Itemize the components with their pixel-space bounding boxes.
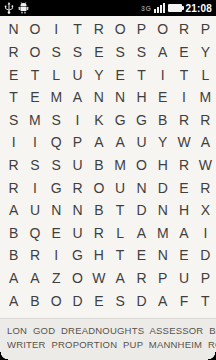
grid-cell-c2[interactable]: S [46, 41, 67, 64]
grid-cell-e8[interactable]: O [88, 176, 109, 199]
grid-cell-h13[interactable]: A [152, 289, 173, 312]
grid-cell-g11[interactable]: E [131, 244, 152, 267]
grid-cell-d10[interactable]: U [67, 222, 88, 245]
grid-cell-a2[interactable]: R [3, 41, 24, 64]
grid-cell-c10[interactable]: E [46, 222, 67, 245]
grid-cell-e1[interactable]: R [88, 18, 109, 41]
grid-cell-e7[interactable]: B [88, 154, 109, 177]
grid-cell-g10[interactable]: A [131, 222, 152, 245]
network-3g-icon: 3G [141, 5, 151, 12]
grid-cell-j6[interactable]: A [195, 131, 216, 154]
grid-cell-i11[interactable]: E [173, 244, 194, 267]
grid-cell-a11[interactable]: B [3, 244, 24, 267]
grid-cell-f8[interactable]: U [109, 176, 130, 199]
grid-cell-j7[interactable]: W [195, 154, 216, 177]
grid-cell-a3[interactable]: E [3, 63, 24, 86]
grid-cell-g1[interactable]: P [131, 18, 152, 41]
word-list: LON GOD DREADNOUGHTS ASSESSOR BARRISTER … [0, 318, 216, 360]
grid-cell-h3[interactable]: I [152, 63, 173, 86]
grid-cell-e3[interactable]: Y [88, 63, 109, 86]
status-bar: 3G 21:08 [0, 0, 216, 16]
grid-cell-f13[interactable]: S [109, 289, 130, 312]
grid-cell-j8[interactable]: R [195, 176, 216, 199]
grid-cell-d2[interactable]: S [67, 41, 88, 64]
grid-cell-a13[interactable]: A [3, 289, 24, 312]
grid-cell-c13[interactable]: O [46, 289, 67, 312]
grid-cell-j3[interactable]: L [195, 63, 216, 86]
battery-icon [168, 4, 182, 12]
grid-cell-i3[interactable]: T [173, 63, 194, 86]
grid-cell-h1[interactable]: O [152, 18, 173, 41]
grid-cell-c11[interactable]: I [46, 244, 67, 267]
grid-cell-a9[interactable]: A [3, 199, 24, 222]
grid-cell-i5[interactable]: R [173, 108, 194, 131]
grid-cell-d6[interactable]: P [67, 131, 88, 154]
word-list-line-1: LON GOD DREADNOUGHTS ASSESSOR BARRISTER [7, 324, 216, 338]
grid-cell-h6[interactable]: Y [152, 131, 173, 154]
grid-cell-f2[interactable]: S [109, 41, 130, 64]
grid-cell-f9[interactable]: T [109, 199, 130, 222]
grid-cell-i10[interactable]: A [173, 222, 194, 245]
grid-cell-e2[interactable]: E [88, 41, 109, 64]
grid-cell-a8[interactable]: R [3, 176, 24, 199]
grid-cell-i1[interactable]: R [173, 18, 194, 41]
grid-cell-a7[interactable]: R [3, 154, 24, 177]
signal-strength-icon [154, 3, 165, 13]
grid-cell-e13[interactable]: E [88, 289, 109, 312]
grid-cell-c5[interactable]: S [46, 108, 67, 131]
grid-cell-b1[interactable]: O [24, 18, 45, 41]
grid-cell-j4[interactable]: M [195, 86, 216, 109]
grid-cell-i13[interactable]: F [173, 289, 194, 312]
grid-cell-f5[interactable]: G [109, 108, 130, 131]
grid-cell-f12[interactable]: A [109, 267, 130, 290]
grid-cell-b8[interactable]: I [24, 176, 45, 199]
grid-cell-a10[interactable]: B [3, 222, 24, 245]
grid-cell-c3[interactable]: L [46, 63, 67, 86]
grid-cell-i2[interactable]: E [173, 41, 194, 64]
grid-cell-c4[interactable]: M [46, 86, 67, 109]
grid-cell-f3[interactable]: E [109, 63, 130, 86]
grid-cell-d7[interactable]: U [67, 154, 88, 177]
grid-cell-e4[interactable]: N [88, 86, 109, 109]
grid-cell-h12[interactable]: P [152, 267, 173, 290]
grid-cell-b13[interactable]: B [24, 289, 45, 312]
grid-cell-b11[interactable]: R [24, 244, 45, 267]
grid-cell-g3[interactable]: T [131, 63, 152, 86]
grid-cell-i12[interactable]: U [173, 267, 194, 290]
grid-cell-j2[interactable]: Y [195, 41, 216, 64]
grid-cell-j5[interactable]: R [195, 108, 216, 131]
grid-cell-j11[interactable]: D [195, 244, 216, 267]
grid-cell-e12[interactable]: W [88, 267, 109, 290]
word-list-line-2: WRITER PROPORTION PUP MANNHEIM ROUNDER [7, 338, 216, 352]
grid-cell-d12[interactable]: O [67, 267, 88, 290]
grid-cell-g7[interactable]: O [131, 154, 152, 177]
grid-cell-e6[interactable]: A [88, 131, 109, 154]
grid-cell-d1[interactable]: T [67, 18, 88, 41]
grid-cell-b3[interactable]: T [24, 63, 45, 86]
grid-cell-d5[interactable]: I [67, 108, 88, 131]
grid-cell-f11[interactable]: T [109, 244, 130, 267]
grid-cell-j1[interactable]: P [195, 18, 216, 41]
grid-cell-c8[interactable]: G [46, 176, 67, 199]
grid-cell-i9[interactable]: H [173, 199, 194, 222]
grid-cell-d8[interactable]: R [67, 176, 88, 199]
grid-cell-e11[interactable]: H [88, 244, 109, 267]
grid-cell-g5[interactable]: G [131, 108, 152, 131]
grid-cell-h5[interactable]: B [152, 108, 173, 131]
grid-cell-f4[interactable]: N [109, 86, 130, 109]
grid-cell-g13[interactable]: D [131, 289, 152, 312]
grid-cell-j12[interactable]: P [195, 267, 216, 290]
grid-cell-i7[interactable]: R [173, 154, 194, 177]
grid-cell-h2[interactable]: A [152, 41, 173, 64]
grid-cell-b2[interactable]: O [24, 41, 45, 64]
grid-cell-i8[interactable]: E [173, 176, 194, 199]
grid-cell-g12[interactable]: R [131, 267, 152, 290]
grid-cell-i4[interactable]: I [173, 86, 194, 109]
grid-cell-a6[interactable]: I [3, 131, 24, 154]
word-search-screen: 3G 21:08 NOITROPORPROSSESSAEYETLUYETITLT… [0, 0, 216, 360]
status-bar-clock: 21:08 [185, 3, 212, 14]
grid-cell-b6[interactable]: I [24, 131, 45, 154]
grid-cell-f1[interactable]: O [109, 18, 130, 41]
grid-cell-e9[interactable]: B [88, 199, 109, 222]
grid-cell-a1[interactable]: N [3, 18, 24, 41]
grid-cell-c6[interactable]: Q [46, 131, 67, 154]
grid-cell-c7[interactable]: S [46, 154, 67, 177]
grid-cell-e10[interactable]: R [88, 222, 109, 245]
grid-cell-h7[interactable]: H [152, 154, 173, 177]
grid-cell-a5[interactable]: S [3, 108, 24, 131]
grid-cell-d9[interactable]: N [67, 199, 88, 222]
grid-cell-j10[interactable]: I [195, 222, 216, 245]
android-icon [18, 2, 29, 14]
grid-cell-h10[interactable]: M [152, 222, 173, 245]
grid-cell-b10[interactable]: Q [24, 222, 45, 245]
grid-cell-d11[interactable]: G [67, 244, 88, 267]
grid-cell-f10[interactable]: L [109, 222, 130, 245]
grid-cell-e5[interactable]: K [88, 108, 109, 131]
grid-cell-b5[interactable]: M [24, 108, 45, 131]
grid-cell-d4[interactable]: A [67, 86, 88, 109]
grid-cell-g6[interactable]: U [131, 131, 152, 154]
grid-cell-h4[interactable]: E [152, 86, 173, 109]
grid-cell-b12[interactable]: A [24, 267, 45, 290]
grid-cell-a12[interactable]: A [3, 267, 24, 290]
grid-cell-a4[interactable]: T [3, 86, 24, 109]
grid-cell-b4[interactable]: E [24, 86, 45, 109]
grid-cell-f6[interactable]: A [109, 131, 130, 154]
grid-cell-g9[interactable]: D [131, 199, 152, 222]
letter-grid: NOITROPORPROSSESSAEYETLUYETITLTEMANNHEIM… [0, 16, 216, 318]
grid-cell-f7[interactable]: M [109, 154, 130, 177]
grid-cell-b7[interactable]: S [24, 154, 45, 177]
grid-cell-b9[interactable]: U [24, 199, 45, 222]
grid-cell-d13[interactable]: D [67, 289, 88, 312]
grid-cell-j13[interactable]: T [195, 289, 216, 312]
grid-cell-g8[interactable]: N [131, 176, 152, 199]
grid-cell-h9[interactable]: N [152, 199, 173, 222]
usb-icon [4, 2, 14, 14]
grid-cell-j9[interactable]: X [195, 199, 216, 222]
grid-cell-d3[interactable]: U [67, 63, 88, 86]
grid-cell-g2[interactable]: S [131, 41, 152, 64]
grid-cell-h11[interactable]: N [152, 244, 173, 267]
grid-cell-c9[interactable]: N [46, 199, 67, 222]
grid-cell-h8[interactable]: D [152, 176, 173, 199]
grid-cell-c1[interactable]: I [46, 18, 67, 41]
grid-cell-g4[interactable]: H [131, 86, 152, 109]
grid-cell-c12[interactable]: Z [46, 267, 67, 290]
grid-cell-i6[interactable]: W [173, 131, 194, 154]
